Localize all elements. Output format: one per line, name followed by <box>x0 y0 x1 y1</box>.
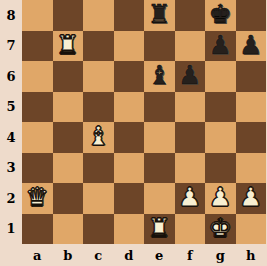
square-d6[interactable] <box>114 61 145 92</box>
file-label-c: c <box>83 244 114 266</box>
square-b6[interactable] <box>53 61 84 92</box>
file-label-b: b <box>53 244 84 266</box>
square-g8[interactable]: ♚ <box>205 0 236 31</box>
rank-label-3: 3 <box>0 153 22 184</box>
square-f6[interactable]: ♟ <box>175 61 206 92</box>
square-h4[interactable] <box>236 122 267 153</box>
black-bishop-e6: ♝ <box>148 61 171 91</box>
square-d7[interactable] <box>114 31 145 62</box>
square-h3[interactable] <box>236 153 267 184</box>
square-e5[interactable] <box>144 92 175 123</box>
rank-label-2: 2 <box>0 183 22 214</box>
square-h5[interactable] <box>236 92 267 123</box>
square-d2[interactable] <box>114 183 145 214</box>
square-f8[interactable] <box>175 0 206 31</box>
square-g2[interactable]: ♟ <box>205 183 236 214</box>
square-d1[interactable] <box>114 214 145 245</box>
square-f7[interactable] <box>175 31 206 62</box>
square-d4[interactable] <box>114 122 145 153</box>
file-label-d: d <box>114 244 145 266</box>
square-d8[interactable] <box>114 0 145 31</box>
square-a8[interactable] <box>22 0 53 31</box>
square-b1[interactable] <box>53 214 84 245</box>
square-e2[interactable] <box>144 183 175 214</box>
square-e1[interactable]: ♜ <box>144 214 175 245</box>
square-e6[interactable]: ♝ <box>144 61 175 92</box>
square-b3[interactable] <box>53 153 84 184</box>
rank-label-6: 6 <box>0 61 22 92</box>
rank-label-8: 8 <box>0 0 22 31</box>
square-b7[interactable]: ♜ <box>53 31 84 62</box>
square-b4[interactable] <box>53 122 84 153</box>
square-h2[interactable]: ♟ <box>236 183 267 214</box>
square-c5[interactable] <box>83 92 114 123</box>
rank-label-7: 7 <box>0 31 22 62</box>
square-h1[interactable] <box>236 214 267 245</box>
square-c7[interactable] <box>83 31 114 62</box>
file-label-f: f <box>175 244 206 266</box>
square-f5[interactable] <box>175 92 206 123</box>
board-corner <box>0 244 22 266</box>
square-b2[interactable] <box>53 183 84 214</box>
square-a1[interactable] <box>22 214 53 245</box>
black-pawn-f6: ♟ <box>178 61 201 91</box>
black-pawn-g7: ♟ <box>209 31 232 61</box>
square-e8[interactable]: ♜ <box>144 0 175 31</box>
square-d3[interactable] <box>114 153 145 184</box>
rank-labels: 87654321 <box>0 0 22 244</box>
file-label-e: e <box>144 244 175 266</box>
square-g4[interactable] <box>205 122 236 153</box>
square-f1[interactable] <box>175 214 206 245</box>
square-c3[interactable] <box>83 153 114 184</box>
file-label-a: a <box>22 244 53 266</box>
square-g6[interactable] <box>205 61 236 92</box>
square-f3[interactable] <box>175 153 206 184</box>
rank-label-4: 4 <box>0 122 22 153</box>
square-e7[interactable] <box>144 31 175 62</box>
square-g5[interactable] <box>205 92 236 123</box>
white-bishop-c4: ♝ <box>87 122 110 152</box>
file-label-g: g <box>205 244 236 266</box>
white-pawn-f2: ♟ <box>178 183 201 213</box>
square-g1[interactable]: ♚ <box>205 214 236 245</box>
square-h8[interactable] <box>236 0 267 31</box>
white-rook-b7: ♜ <box>56 31 79 61</box>
square-e4[interactable] <box>144 122 175 153</box>
square-g7[interactable]: ♟ <box>205 31 236 62</box>
square-b8[interactable] <box>53 0 84 31</box>
file-labels: abcdefgh <box>22 244 266 266</box>
black-rook-e8: ♜ <box>148 0 171 30</box>
white-queen-a2: ♛ <box>26 183 49 213</box>
board-grid: ♜♚♜♟♟♝♟♝♛♟♟♟♜♚ <box>22 0 266 244</box>
rank-label-1: 1 <box>0 214 22 245</box>
file-label-h: h <box>236 244 267 266</box>
chess-board-app: 87654321 ♜♚♜♟♟♝♟♝♛♟♟♟♜♚ abcdefgh <box>0 0 266 266</box>
square-c2[interactable] <box>83 183 114 214</box>
square-a2[interactable]: ♛ <box>22 183 53 214</box>
square-c1[interactable] <box>83 214 114 245</box>
square-f4[interactable] <box>175 122 206 153</box>
square-a4[interactable] <box>22 122 53 153</box>
square-a7[interactable] <box>22 31 53 62</box>
rank-label-5: 5 <box>0 92 22 123</box>
white-pawn-g2: ♟ <box>209 183 232 213</box>
square-c6[interactable] <box>83 61 114 92</box>
square-h6[interactable] <box>236 61 267 92</box>
square-a5[interactable] <box>22 92 53 123</box>
square-a3[interactable] <box>22 153 53 184</box>
square-c8[interactable] <box>83 0 114 31</box>
square-e3[interactable] <box>144 153 175 184</box>
white-pawn-h2: ♟ <box>239 183 262 213</box>
square-g3[interactable] <box>205 153 236 184</box>
square-d5[interactable] <box>114 92 145 123</box>
square-a6[interactable] <box>22 61 53 92</box>
square-f2[interactable]: ♟ <box>175 183 206 214</box>
square-h7[interactable]: ♟ <box>236 31 267 62</box>
square-b5[interactable] <box>53 92 84 123</box>
square-c4[interactable]: ♝ <box>83 122 114 153</box>
black-pawn-h7: ♟ <box>239 31 262 61</box>
black-king-g8: ♚ <box>209 0 232 30</box>
white-king-g1: ♚ <box>209 214 232 244</box>
white-rook-e1: ♜ <box>148 214 171 244</box>
